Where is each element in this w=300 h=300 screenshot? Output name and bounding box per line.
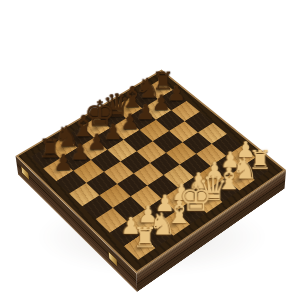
product-photo: ♜♞♝♚♛♝♞♜♟♟♟♟♟♟♟♟♟♟♟♟♟♟♟♟♜♞♝♚♛♝♞♜ — [0, 0, 300, 300]
chess-case: ♜♞♝♚♛♝♞♜♟♟♟♟♟♟♟♟♟♟♟♟♟♟♟♟♜♞♝♚♛♝♞♜ — [16, 70, 286, 274]
chess-board: ♜♞♝♚♛♝♞♜♟♟♟♟♟♟♟♟♟♟♟♟♟♟♟♟♜♞♝♚♛♝♞♜ — [31, 80, 270, 260]
piece-black-pawn[interactable]: ♟ — [53, 152, 73, 174]
piece-white-rook[interactable]: ♜ — [132, 224, 157, 252]
case-lid-top: ♜♞♝♚♛♝♞♜♟♟♟♟♟♟♟♟♟♟♟♟♟♟♟♟♜♞♝♚♛♝♞♜ — [16, 70, 286, 274]
brass-clasp-icon — [108, 251, 117, 267]
scene-3d: ♜♞♝♚♛♝♞♜♟♟♟♟♟♟♟♟♟♟♟♟♟♟♟♟♜♞♝♚♛♝♞♜ — [0, 0, 300, 300]
brass-clasp-icon — [21, 166, 29, 181]
